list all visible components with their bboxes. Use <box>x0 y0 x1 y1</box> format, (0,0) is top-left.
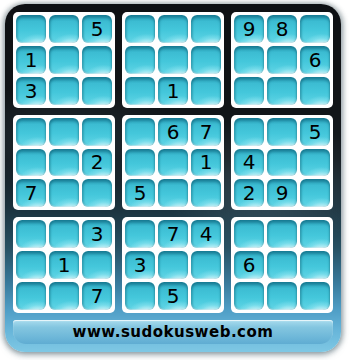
sudoku-cell-r9c9[interactable] <box>300 282 330 310</box>
sudoku-box-9: 6 <box>231 217 333 313</box>
sudoku-cell-r6c4[interactable]: 5 <box>125 179 155 207</box>
cell-digit: 7 <box>25 183 38 203</box>
sudoku-cell-r2c5[interactable] <box>158 46 188 74</box>
cell-digit: 7 <box>91 286 104 306</box>
sudoku-cell-r7c9[interactable] <box>300 220 330 248</box>
sudoku-cell-r9c3[interactable]: 7 <box>82 282 112 310</box>
cell-digit: 1 <box>200 152 213 172</box>
sudoku-box-8: 7435 <box>122 217 224 313</box>
sudoku-cell-r4c3[interactable] <box>82 118 112 146</box>
cell-digit: 2 <box>91 152 104 172</box>
sudoku-cell-r1c2[interactable] <box>49 15 79 43</box>
sudoku-cell-r7c7[interactable] <box>234 220 264 248</box>
sudoku-cell-r4c9[interactable]: 5 <box>300 118 330 146</box>
sudoku-cell-r5c3[interactable]: 2 <box>82 149 112 177</box>
sudoku-cell-r9c1[interactable] <box>16 282 46 310</box>
sudoku-box-3: 986 <box>231 12 333 108</box>
sudoku-cell-r5c9[interactable] <box>300 149 330 177</box>
sudoku-cell-r7c4[interactable] <box>125 220 155 248</box>
cell-digit: 8 <box>276 19 289 39</box>
cell-digit: 3 <box>134 255 147 275</box>
sudoku-cell-r5c1[interactable] <box>16 149 46 177</box>
sudoku-cell-r4c1[interactable] <box>16 118 46 146</box>
sudoku-cell-r2c2[interactable] <box>49 46 79 74</box>
cell-digit: 7 <box>200 122 213 142</box>
sudoku-cell-r8c7[interactable]: 6 <box>234 251 264 279</box>
sudoku-cell-r8c9[interactable] <box>300 251 330 279</box>
sudoku-cell-r3c5[interactable]: 1 <box>158 77 188 105</box>
sudoku-cell-r1c6[interactable] <box>191 15 221 43</box>
sudoku-cell-r9c7[interactable] <box>234 282 264 310</box>
sudoku-cell-r8c6[interactable] <box>191 251 221 279</box>
sudoku-cell-r1c3[interactable]: 5 <box>82 15 112 43</box>
sudoku-cell-r7c8[interactable] <box>267 220 297 248</box>
sudoku-cell-r8c1[interactable] <box>16 251 46 279</box>
sudoku-board: 5131986276715542931774356 www.sudokusweb… <box>5 4 341 352</box>
sudoku-cell-r8c5[interactable] <box>158 251 188 279</box>
sudoku-cell-r6c9[interactable] <box>300 179 330 207</box>
sudoku-cell-r8c4[interactable]: 3 <box>125 251 155 279</box>
sudoku-cell-r6c3[interactable] <box>82 179 112 207</box>
sudoku-cell-r3c4[interactable] <box>125 77 155 105</box>
cell-digit: 5 <box>309 122 322 142</box>
page: 5131986276715542931774356 www.sudokusweb… <box>0 0 350 360</box>
sudoku-cell-r4c7[interactable] <box>234 118 264 146</box>
sudoku-cell-r1c7[interactable]: 9 <box>234 15 264 43</box>
sudoku-cell-r6c5[interactable] <box>158 179 188 207</box>
sudoku-box-1: 513 <box>13 12 115 108</box>
sudoku-box-5: 6715 <box>122 115 224 211</box>
sudoku-cell-r1c5[interactable] <box>158 15 188 43</box>
cell-digit: 5 <box>167 286 180 306</box>
cell-digit: 2 <box>243 183 256 203</box>
sudoku-cell-r9c8[interactable] <box>267 282 297 310</box>
sudoku-cell-r3c3[interactable] <box>82 77 112 105</box>
sudoku-cell-r8c3[interactable] <box>82 251 112 279</box>
sudoku-cell-r1c4[interactable] <box>125 15 155 43</box>
cell-digit: 7 <box>167 224 180 244</box>
sudoku-box-2: 1 <box>122 12 224 108</box>
sudoku-cell-r1c8[interactable]: 8 <box>267 15 297 43</box>
cell-digit: 4 <box>243 152 256 172</box>
sudoku-cell-r9c2[interactable] <box>49 282 79 310</box>
sudoku-cell-r2c4[interactable] <box>125 46 155 74</box>
sudoku-box-7: 317 <box>13 217 115 313</box>
sudoku-cell-r6c8[interactable]: 9 <box>267 179 297 207</box>
cell-digit: 3 <box>25 81 38 101</box>
sudoku-cell-r4c6[interactable]: 7 <box>191 118 221 146</box>
sudoku-cell-r1c9[interactable] <box>300 15 330 43</box>
sudoku-cell-r5c8[interactable] <box>267 149 297 177</box>
sudoku-cell-r3c7[interactable] <box>234 77 264 105</box>
cell-digit: 4 <box>200 224 213 244</box>
sudoku-cell-r4c2[interactable] <box>49 118 79 146</box>
sudoku-cell-r5c4[interactable] <box>125 149 155 177</box>
cell-digit: 5 <box>134 183 147 203</box>
sudoku-cell-r6c6[interactable] <box>191 179 221 207</box>
sudoku-cell-r4c4[interactable] <box>125 118 155 146</box>
sudoku-cell-r9c5[interactable]: 5 <box>158 282 188 310</box>
sudoku-cell-r9c6[interactable] <box>191 282 221 310</box>
sudoku-box-6: 5429 <box>231 115 333 211</box>
sudoku-cell-r6c7[interactable]: 2 <box>234 179 264 207</box>
sudoku-cell-r2c3[interactable] <box>82 46 112 74</box>
cell-digit: 6 <box>309 50 322 70</box>
cell-digit: 1 <box>167 81 180 101</box>
sudoku-cell-r3c8[interactable] <box>267 77 297 105</box>
sudoku-cell-r5c5[interactable] <box>158 149 188 177</box>
sudoku-cell-r3c6[interactable] <box>191 77 221 105</box>
sudoku-cell-r4c8[interactable] <box>267 118 297 146</box>
website-link[interactable]: www.sudokusweb.com <box>73 323 274 341</box>
sudoku-cell-r8c8[interactable] <box>267 251 297 279</box>
cell-digit: 1 <box>25 50 38 70</box>
sudoku-cell-r3c2[interactable] <box>49 77 79 105</box>
cell-digit: 1 <box>58 255 71 275</box>
sudoku-cell-r1c1[interactable] <box>16 15 46 43</box>
sudoku-cell-r2c8[interactable] <box>267 46 297 74</box>
sudoku-cell-r7c1[interactable] <box>16 220 46 248</box>
sudoku-cell-r7c5[interactable]: 7 <box>158 220 188 248</box>
sudoku-cell-r2c1[interactable]: 1 <box>16 46 46 74</box>
sudoku-cell-r7c2[interactable] <box>49 220 79 248</box>
sudoku-cell-r5c7[interactable]: 4 <box>234 149 264 177</box>
sudoku-cell-r6c2[interactable] <box>49 179 79 207</box>
sudoku-cell-r4c5[interactable]: 6 <box>158 118 188 146</box>
cell-digit: 3 <box>91 224 104 244</box>
cell-digit: 6 <box>167 122 180 142</box>
sudoku-box-4: 27 <box>13 115 115 211</box>
sudoku-cell-r3c9[interactable] <box>300 77 330 105</box>
cell-digit: 9 <box>276 183 289 203</box>
cell-digit: 9 <box>243 19 256 39</box>
sudoku-cell-r6c1[interactable]: 7 <box>16 179 46 207</box>
sudoku-cell-r7c6[interactable]: 4 <box>191 220 221 248</box>
sudoku-cell-r3c1[interactable]: 3 <box>16 77 46 105</box>
sudoku-grid: 5131986276715542931774356 <box>13 12 333 313</box>
cell-digit: 6 <box>243 255 256 275</box>
sudoku-cell-r8c2[interactable]: 1 <box>49 251 79 279</box>
sudoku-cell-r5c2[interactable] <box>49 149 79 177</box>
sudoku-cell-r2c7[interactable] <box>234 46 264 74</box>
sudoku-cell-r2c6[interactable] <box>191 46 221 74</box>
sudoku-cell-r7c3[interactable]: 3 <box>82 220 112 248</box>
cell-digit: 5 <box>91 19 104 39</box>
sudoku-cell-r2c9[interactable]: 6 <box>300 46 330 74</box>
sudoku-cell-r9c4[interactable] <box>125 282 155 310</box>
sudoku-cell-r5c6[interactable]: 1 <box>191 149 221 177</box>
footer-bar: www.sudokusweb.com <box>13 320 333 344</box>
